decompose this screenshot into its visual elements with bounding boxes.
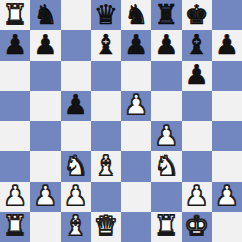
square-h5[interactable]	[212, 91, 242, 121]
square-c6[interactable]	[61, 61, 91, 91]
square-e1[interactable]	[121, 212, 151, 242]
square-c5[interactable]: ♟	[61, 91, 91, 121]
square-c1[interactable]: ♝	[61, 212, 91, 242]
square-c4[interactable]	[61, 121, 91, 151]
square-e7[interactable]: ♟	[121, 30, 151, 60]
black-pawn[interactable]: ♟	[154, 31, 178, 58]
white-pawn[interactable]: ♟	[64, 182, 88, 209]
square-f8[interactable]: ♜	[151, 0, 181, 30]
black-pawn[interactable]: ♟	[124, 31, 148, 58]
white-pawn[interactable]: ♟	[154, 122, 178, 149]
square-d3[interactable]: ♝	[91, 151, 121, 181]
square-g1[interactable]: ♚	[182, 212, 212, 242]
black-knight[interactable]: ♞	[124, 1, 148, 28]
square-f1[interactable]: ♜	[151, 212, 181, 242]
square-f4[interactable]: ♟	[151, 121, 181, 151]
square-b3[interactable]	[30, 151, 60, 181]
chess-board: ♜♞♛♞♜♚♟♟♝♟♟♝♟♟♟♟♟♞♝♞♟♟♟♟♟♜♝♛♜♚	[0, 0, 242, 242]
square-f3[interactable]: ♞	[151, 151, 181, 181]
square-a4[interactable]	[0, 121, 30, 151]
square-a1[interactable]: ♜	[0, 212, 30, 242]
square-h1[interactable]	[212, 212, 242, 242]
square-d2[interactable]	[91, 182, 121, 212]
square-d5[interactable]	[91, 91, 121, 121]
square-e6[interactable]	[121, 61, 151, 91]
square-b2[interactable]: ♟	[30, 182, 60, 212]
square-h3[interactable]	[212, 151, 242, 181]
square-g3[interactable]	[182, 151, 212, 181]
square-a3[interactable]	[0, 151, 30, 181]
square-f5[interactable]	[151, 91, 181, 121]
white-pawn[interactable]: ♟	[185, 182, 209, 209]
square-a8[interactable]: ♜	[0, 0, 30, 30]
black-pawn[interactable]: ♟	[215, 31, 239, 58]
square-a6[interactable]	[0, 61, 30, 91]
chess-board-container: ♜♞♛♞♜♚♟♟♝♟♟♝♟♟♟♟♟♞♝♞♟♟♟♟♟♜♝♛♜♚	[0, 0, 242, 242]
square-f2[interactable]	[151, 182, 181, 212]
square-d1[interactable]: ♛	[91, 212, 121, 242]
square-e2[interactable]	[121, 182, 151, 212]
square-g2[interactable]: ♟	[182, 182, 212, 212]
square-d7[interactable]: ♝	[91, 30, 121, 60]
black-rook[interactable]: ♜	[154, 1, 178, 28]
black-bishop[interactable]: ♝	[94, 31, 118, 58]
square-e8[interactable]: ♞	[121, 0, 151, 30]
white-pawn[interactable]: ♟	[33, 182, 57, 209]
square-e3[interactable]	[121, 151, 151, 181]
square-g4[interactable]	[182, 121, 212, 151]
square-h4[interactable]	[212, 121, 242, 151]
square-c8[interactable]	[61, 0, 91, 30]
white-rook[interactable]: ♜	[154, 212, 178, 239]
white-rook[interactable]: ♜	[3, 1, 27, 28]
square-h8[interactable]	[212, 0, 242, 30]
square-h2[interactable]: ♟	[212, 182, 242, 212]
black-pawn[interactable]: ♟	[64, 91, 88, 118]
square-a7[interactable]: ♟	[0, 30, 30, 60]
square-g7[interactable]: ♝	[182, 30, 212, 60]
white-rook[interactable]: ♜	[3, 212, 27, 239]
square-d4[interactable]	[91, 121, 121, 151]
square-f6[interactable]	[151, 61, 181, 91]
square-b8[interactable]: ♞	[30, 0, 60, 30]
black-king[interactable]: ♚	[185, 1, 209, 28]
square-h7[interactable]: ♟	[212, 30, 242, 60]
white-bishop[interactable]: ♝	[64, 212, 88, 239]
square-d8[interactable]: ♛	[91, 0, 121, 30]
black-pawn[interactable]: ♟	[185, 61, 209, 88]
black-knight[interactable]: ♞	[33, 1, 57, 28]
square-c7[interactable]	[61, 30, 91, 60]
square-g8[interactable]: ♚	[182, 0, 212, 30]
black-bishop[interactable]: ♝	[185, 31, 209, 58]
black-pawn[interactable]: ♟	[3, 31, 27, 58]
square-b7[interactable]: ♟	[30, 30, 60, 60]
square-b4[interactable]	[30, 121, 60, 151]
square-b1[interactable]	[30, 212, 60, 242]
square-a5[interactable]	[0, 91, 30, 121]
white-king[interactable]: ♚	[185, 212, 209, 239]
white-bishop[interactable]: ♝	[94, 152, 118, 179]
square-b5[interactable]	[30, 91, 60, 121]
square-e4[interactable]	[121, 121, 151, 151]
black-pawn[interactable]: ♟	[33, 31, 57, 58]
square-c3[interactable]: ♞	[61, 151, 91, 181]
white-pawn[interactable]: ♟	[215, 182, 239, 209]
white-knight[interactable]: ♞	[154, 152, 178, 179]
square-e5[interactable]: ♟	[121, 91, 151, 121]
square-g6[interactable]: ♟	[182, 61, 212, 91]
square-a2[interactable]: ♟	[0, 182, 30, 212]
square-b6[interactable]	[30, 61, 60, 91]
white-queen[interactable]: ♛	[94, 212, 118, 239]
white-pawn[interactable]: ♟	[3, 182, 27, 209]
black-queen[interactable]: ♛	[94, 1, 118, 28]
square-g5[interactable]	[182, 91, 212, 121]
white-knight[interactable]: ♞	[64, 152, 88, 179]
square-f7[interactable]: ♟	[151, 30, 181, 60]
square-c2[interactable]: ♟	[61, 182, 91, 212]
square-d6[interactable]	[91, 61, 121, 91]
square-h6[interactable]	[212, 61, 242, 91]
white-pawn[interactable]: ♟	[124, 91, 148, 118]
